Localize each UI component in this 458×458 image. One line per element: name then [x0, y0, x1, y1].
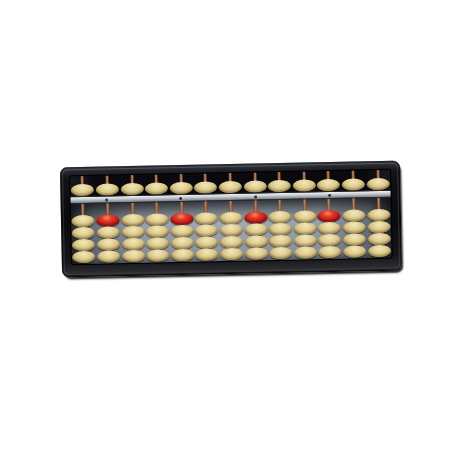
rod-pin-lower [106, 201, 109, 215]
earth-bead-rod-2-row-4[interactable] [97, 250, 120, 262]
earth-bead-rod-4-row-4[interactable] [146, 249, 169, 261]
rod-11 [316, 171, 342, 259]
earth-bead-rod-10-row-4[interactable] [294, 246, 317, 258]
rod-8 [242, 172, 268, 260]
earth-bead-rod-2-row-2[interactable] [97, 226, 120, 238]
rod-pin-lower [229, 199, 232, 213]
abacus-field [70, 170, 392, 264]
earth-bead-rod-9-row-3[interactable] [269, 235, 292, 247]
earth-bead-rod-6-row-4[interactable] [195, 248, 218, 260]
earth-bead-rod-12-row-2[interactable] [343, 221, 366, 233]
rod-pin-lower [254, 198, 257, 212]
rod-3 [119, 175, 145, 263]
red-earth-bead-rod-11-row-1[interactable] [318, 210, 341, 222]
earth-bead-rod-7-row-4[interactable] [220, 248, 243, 260]
rod-pin-lower [204, 199, 207, 213]
beam-unit-dot [254, 195, 257, 198]
beam-unit-dot [105, 198, 108, 201]
rod-4 [144, 174, 170, 262]
earth-bead-rod-13-row-1[interactable] [367, 209, 390, 221]
heaven-bead-rod-11[interactable] [317, 179, 340, 191]
earth-bead-rod-6-row-3[interactable] [195, 236, 218, 248]
earth-bead-rod-8-row-2[interactable] [244, 223, 267, 235]
earth-bead-rod-2-row-3[interactable] [97, 238, 120, 250]
rod-pin-lower [303, 197, 306, 211]
earth-bead-rod-6-row-1[interactable] [195, 212, 218, 224]
rod-pin-lower [155, 200, 158, 214]
earth-bead-rod-9-row-4[interactable] [269, 247, 292, 259]
rod-9 [267, 172, 293, 260]
heaven-bead-rod-3[interactable] [120, 183, 143, 195]
earth-bead-rod-10-row-3[interactable] [294, 234, 317, 246]
earth-bead-rod-3-row-1[interactable] [121, 214, 144, 226]
earth-bead-rod-12-row-4[interactable] [343, 245, 366, 257]
rod-2 [95, 175, 121, 263]
earth-bead-rod-13-row-4[interactable] [368, 245, 391, 257]
earth-bead-rod-13-row-3[interactable] [368, 233, 391, 245]
earth-bead-rod-9-row-2[interactable] [269, 223, 292, 235]
heaven-bead-rod-8[interactable] [243, 180, 266, 192]
rod-pin-lower [377, 196, 380, 210]
earth-bead-rod-7-row-3[interactable] [220, 236, 243, 248]
rod-pin-lower [352, 197, 355, 211]
rod-6 [193, 173, 219, 261]
rod-pin-lower [180, 200, 183, 214]
rod-columns [70, 170, 392, 264]
beam-unit-dot [180, 197, 183, 200]
earth-bead-rod-5-row-3[interactable] [171, 237, 194, 249]
rod-13 [365, 170, 391, 258]
earth-bead-rod-11-row-2[interactable] [318, 222, 341, 234]
earth-bead-rod-11-row-4[interactable] [319, 246, 342, 258]
abacus-board [60, 161, 402, 278]
earth-bead-rod-3-row-3[interactable] [121, 238, 144, 250]
earth-bead-rod-1-row-4[interactable] [72, 251, 95, 263]
earth-bead-rod-12-row-3[interactable] [343, 233, 366, 245]
rod-12 [341, 170, 367, 258]
heaven-bead-rod-10[interactable] [293, 179, 316, 191]
red-earth-bead-rod-8-row-1[interactable] [244, 211, 267, 223]
page-background: { "game": "soroban (Japanese abacus)", "… [0, 0, 458, 458]
red-earth-bead-rod-2-row-1[interactable] [96, 214, 119, 226]
rod-pin-lower [81, 202, 84, 216]
earth-bead-rod-1-row-3[interactable] [72, 239, 95, 251]
earth-bead-rod-1-row-1[interactable] [72, 215, 95, 227]
rod-5 [169, 174, 195, 262]
earth-bead-rod-10-row-1[interactable] [293, 210, 316, 222]
heaven-bead-rod-5[interactable] [169, 182, 192, 194]
earth-bead-rod-13-row-2[interactable] [367, 221, 390, 233]
earth-bead-rod-7-row-2[interactable] [220, 224, 243, 236]
rod-pin-lower [278, 198, 281, 212]
rod-1 [70, 176, 96, 264]
earth-bead-rod-3-row-2[interactable] [121, 226, 144, 238]
earth-bead-rod-10-row-2[interactable] [293, 222, 316, 234]
earth-bead-rod-12-row-1[interactable] [342, 209, 365, 221]
heaven-bead-rod-4[interactable] [145, 182, 168, 194]
red-earth-bead-rod-5-row-1[interactable] [170, 213, 193, 225]
earth-bead-rod-3-row-4[interactable] [122, 250, 145, 262]
heaven-bead-rod-1[interactable] [71, 184, 94, 196]
earth-bead-rod-8-row-4[interactable] [245, 247, 268, 259]
earth-bead-rod-5-row-4[interactable] [171, 249, 194, 261]
beam-unit-dot [328, 194, 331, 197]
rod-10 [292, 171, 318, 259]
heaven-bead-rod-9[interactable] [268, 180, 291, 192]
heaven-bead-rod-13[interactable] [366, 178, 389, 190]
earth-bead-rod-5-row-2[interactable] [170, 225, 193, 237]
heaven-bead-rod-12[interactable] [342, 178, 365, 190]
earth-bead-rod-8-row-3[interactable] [244, 235, 267, 247]
earth-bead-rod-1-row-2[interactable] [72, 227, 95, 239]
heaven-bead-rod-6[interactable] [194, 181, 217, 193]
earth-bead-rod-4-row-3[interactable] [146, 237, 169, 249]
earth-bead-rod-4-row-1[interactable] [146, 213, 169, 225]
rod-pin-lower [328, 197, 331, 211]
earth-bead-rod-11-row-3[interactable] [318, 234, 341, 246]
earth-bead-rod-7-row-1[interactable] [219, 212, 242, 224]
heaven-bead-rod-7[interactable] [219, 181, 242, 193]
heaven-bead-rod-2[interactable] [96, 183, 119, 195]
earth-bead-rod-4-row-2[interactable] [146, 225, 169, 237]
rod-pin-lower [131, 201, 134, 215]
rod-7 [218, 173, 244, 261]
earth-bead-rod-9-row-1[interactable] [269, 211, 292, 223]
earth-bead-rod-6-row-2[interactable] [195, 224, 218, 236]
